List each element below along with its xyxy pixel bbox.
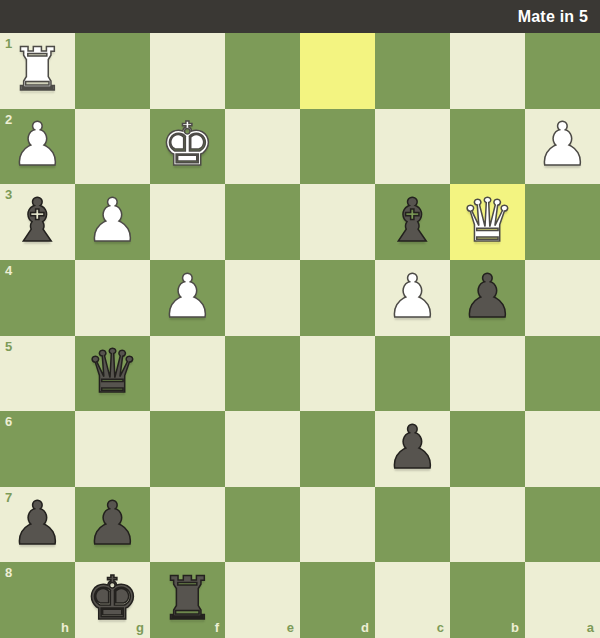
- square-a6[interactable]: [525, 411, 600, 487]
- square-g1[interactable]: [75, 33, 150, 109]
- piece-white-king[interactable]: ♚: [161, 114, 215, 174]
- square-f1[interactable]: [150, 33, 225, 109]
- piece-white-pawn[interactable]: ♟: [386, 266, 440, 326]
- square-d8[interactable]: d: [300, 562, 375, 638]
- file-label-a: a: [587, 621, 594, 634]
- piece-black-bishop[interactable]: ♝: [11, 190, 65, 250]
- square-a8[interactable]: a: [525, 562, 600, 638]
- square-b6[interactable]: [450, 411, 525, 487]
- puzzle-header: Mate in 5: [0, 0, 600, 33]
- square-e5[interactable]: [225, 336, 300, 412]
- square-h3[interactable]: 3♝: [0, 184, 75, 260]
- chess-board: 1♜2♟♚♟3♝♟♝♛4♟♟♟5♛6♟7♟♟8hg♚f♜edcba: [0, 33, 600, 638]
- square-c2[interactable]: [375, 109, 450, 185]
- square-b1[interactable]: [450, 33, 525, 109]
- square-a4[interactable]: [525, 260, 600, 336]
- square-b7[interactable]: [450, 487, 525, 563]
- square-c7[interactable]: [375, 487, 450, 563]
- square-d6[interactable]: [300, 411, 375, 487]
- square-d1[interactable]: [300, 33, 375, 109]
- square-d3[interactable]: [300, 184, 375, 260]
- square-d4[interactable]: [300, 260, 375, 336]
- square-g7[interactable]: ♟: [75, 487, 150, 563]
- square-g5[interactable]: ♛: [75, 336, 150, 412]
- square-f8[interactable]: f♜: [150, 562, 225, 638]
- square-c5[interactable]: [375, 336, 450, 412]
- file-label-e: e: [287, 621, 294, 634]
- square-c1[interactable]: [375, 33, 450, 109]
- square-f2[interactable]: ♚: [150, 109, 225, 185]
- square-b5[interactable]: [450, 336, 525, 412]
- file-label-f: f: [215, 621, 219, 634]
- rank-label-8: 8: [5, 566, 12, 579]
- square-e6[interactable]: [225, 411, 300, 487]
- square-a3[interactable]: [525, 184, 600, 260]
- square-c6[interactable]: ♟: [375, 411, 450, 487]
- square-e7[interactable]: [225, 487, 300, 563]
- square-a2[interactable]: ♟: [525, 109, 600, 185]
- square-g6[interactable]: [75, 411, 150, 487]
- square-e2[interactable]: [225, 109, 300, 185]
- piece-black-pawn[interactable]: ♟: [11, 493, 65, 553]
- piece-black-pawn[interactable]: ♟: [386, 417, 440, 477]
- file-label-h: h: [61, 621, 69, 634]
- square-f4[interactable]: ♟: [150, 260, 225, 336]
- square-b3[interactable]: ♛: [450, 184, 525, 260]
- square-b8[interactable]: b: [450, 562, 525, 638]
- square-h4[interactable]: 4: [0, 260, 75, 336]
- chess-puzzle-app: Mate in 5 1♜2♟♚♟3♝♟♝♛4♟♟♟5♛6♟7♟♟8hg♚f♜ed…: [0, 0, 600, 638]
- piece-white-queen[interactable]: ♛: [461, 190, 515, 250]
- square-d2[interactable]: [300, 109, 375, 185]
- square-d7[interactable]: [300, 487, 375, 563]
- file-label-b: b: [511, 621, 519, 634]
- piece-black-pawn[interactable]: ♟: [86, 493, 140, 553]
- square-f3[interactable]: [150, 184, 225, 260]
- piece-black-queen[interactable]: ♛: [86, 341, 140, 401]
- square-a5[interactable]: [525, 336, 600, 412]
- square-b2[interactable]: [450, 109, 525, 185]
- puzzle-title: Mate in 5: [518, 8, 588, 26]
- square-f6[interactable]: [150, 411, 225, 487]
- square-h7[interactable]: 7♟: [0, 487, 75, 563]
- square-h6[interactable]: 6: [0, 411, 75, 487]
- square-f5[interactable]: [150, 336, 225, 412]
- piece-white-pawn[interactable]: ♟: [161, 266, 215, 326]
- square-g4[interactable]: [75, 260, 150, 336]
- square-g3[interactable]: ♟: [75, 184, 150, 260]
- square-h2[interactable]: 2♟: [0, 109, 75, 185]
- square-h8[interactable]: 8h: [0, 562, 75, 638]
- piece-black-bishop[interactable]: ♝: [386, 190, 440, 250]
- square-h5[interactable]: 5: [0, 336, 75, 412]
- square-a7[interactable]: [525, 487, 600, 563]
- rank-label-6: 6: [5, 415, 12, 428]
- rank-label-4: 4: [5, 264, 12, 277]
- square-e3[interactable]: [225, 184, 300, 260]
- piece-black-rook[interactable]: ♜: [161, 568, 215, 628]
- square-c4[interactable]: ♟: [375, 260, 450, 336]
- square-c8[interactable]: c: [375, 562, 450, 638]
- square-h1[interactable]: 1♜: [0, 33, 75, 109]
- square-a1[interactable]: [525, 33, 600, 109]
- rank-label-5: 5: [5, 340, 12, 353]
- piece-white-pawn[interactable]: ♟: [536, 114, 590, 174]
- piece-black-pawn[interactable]: ♟: [461, 266, 515, 326]
- square-g8[interactable]: g♚: [75, 562, 150, 638]
- square-e8[interactable]: e: [225, 562, 300, 638]
- piece-white-rook[interactable]: ♜: [11, 39, 65, 99]
- piece-white-pawn[interactable]: ♟: [11, 114, 65, 174]
- file-label-d: d: [361, 621, 369, 634]
- square-e4[interactable]: [225, 260, 300, 336]
- square-b4[interactable]: ♟: [450, 260, 525, 336]
- square-f7[interactable]: [150, 487, 225, 563]
- square-e1[interactable]: [225, 33, 300, 109]
- file-label-c: c: [437, 621, 444, 634]
- square-d5[interactable]: [300, 336, 375, 412]
- piece-black-king[interactable]: ♚: [86, 568, 140, 628]
- piece-white-pawn[interactable]: ♟: [86, 190, 140, 250]
- square-c3[interactable]: ♝: [375, 184, 450, 260]
- square-g2[interactable]: [75, 109, 150, 185]
